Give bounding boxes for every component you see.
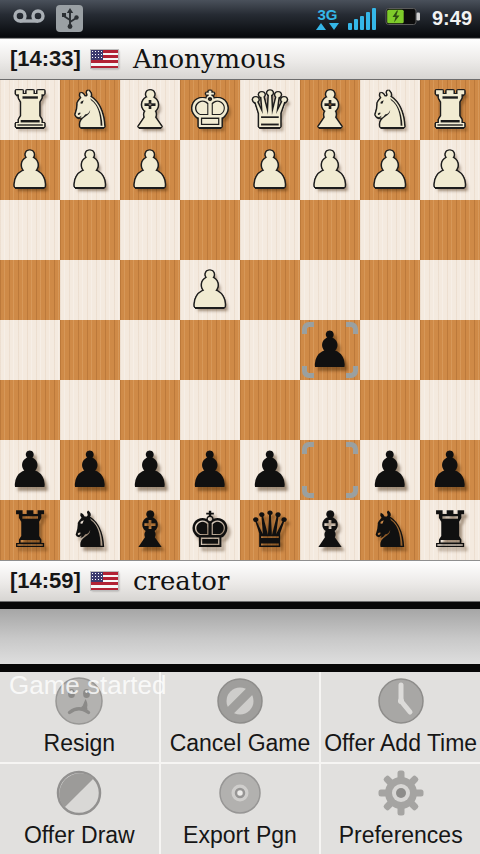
network-3g-icon: 3G (316, 7, 339, 30)
bottom-player-clock: [14:59] (10, 568, 81, 594)
square-h7[interactable]: ♟ (0, 440, 60, 500)
square-g7[interactable]: ♟ (60, 440, 120, 500)
square-f2[interactable]: ♟ (120, 140, 180, 200)
square-f6[interactable] (120, 380, 180, 440)
black-pawn: ♟ (188, 441, 233, 499)
usb-icon (56, 5, 83, 32)
square-d3[interactable] (240, 200, 300, 260)
app-screen: 3G 9:49 [14:33] Anonymous ♜♞♝♚♛♝♞♜♟♟♟♟♟♟… (0, 0, 480, 854)
square-f5[interactable] (120, 320, 180, 380)
white-rook: ♜ (428, 81, 473, 139)
android-status-bar: 3G 9:49 (0, 0, 480, 38)
square-a2[interactable]: ♟ (420, 140, 480, 200)
square-e6[interactable] (180, 380, 240, 440)
menu-item-label: Preferences (339, 821, 463, 849)
white-queen: ♛ (248, 81, 293, 139)
black-king: ♚ (188, 501, 233, 559)
menu-item-offer-draw[interactable]: Offer Draw (0, 764, 159, 854)
downlink-arrow-icon (329, 23, 339, 30)
move-list-area (0, 609, 480, 664)
clock-icon (375, 673, 427, 729)
status-bar-time: 9:49 (432, 7, 472, 30)
top-player-name: Anonymous (133, 44, 286, 74)
square-f1[interactable]: ♝ (120, 80, 180, 140)
black-rook: ♜ (428, 501, 473, 559)
separator (0, 664, 480, 672)
square-g5[interactable] (60, 320, 120, 380)
white-pawn: ♟ (248, 141, 293, 199)
white-pawn: ♟ (68, 141, 113, 199)
disc-icon (214, 765, 266, 821)
black-bishop: ♝ (308, 501, 353, 559)
square-d4[interactable] (240, 260, 300, 320)
square-d6[interactable] (240, 380, 300, 440)
white-pawn: ♟ (128, 141, 173, 199)
square-d8[interactable]: ♛ (240, 500, 300, 560)
menu-item-label: Offer Add Time (324, 729, 477, 757)
white-pawn: ♟ (428, 141, 473, 199)
battery-charging-icon (385, 7, 421, 30)
square-a5[interactable] (420, 320, 480, 380)
menu-item-resign[interactable]: Resign (0, 672, 159, 762)
bottom-player-bar: [14:59] creator (0, 560, 480, 602)
square-a7[interactable]: ♟ (420, 440, 480, 500)
black-pawn: ♟ (428, 441, 473, 499)
square-e2[interactable] (180, 140, 240, 200)
menu-item-preferences[interactable]: Preferences (321, 764, 480, 854)
square-a3[interactable] (420, 200, 480, 260)
square-g8[interactable]: ♞ (60, 500, 120, 560)
square-d7[interactable]: ♟ (240, 440, 300, 500)
white-pawn: ♟ (188, 261, 233, 319)
square-b4[interactable] (360, 260, 420, 320)
square-f8[interactable]: ♝ (120, 500, 180, 560)
square-g4[interactable] (60, 260, 120, 320)
square-c3[interactable] (300, 200, 360, 260)
square-h4[interactable] (0, 260, 60, 320)
square-h8[interactable]: ♜ (0, 500, 60, 560)
us-flag-icon (91, 50, 118, 68)
white-pawn: ♟ (8, 141, 53, 199)
square-g2[interactable]: ♟ (60, 140, 120, 200)
menu-item-label: Cancel Game (170, 729, 311, 757)
network-type-label: 3G (317, 7, 337, 22)
black-rook: ♜ (8, 501, 53, 559)
square-e1[interactable]: ♚ (180, 80, 240, 140)
square-c2[interactable]: ♟ (300, 140, 360, 200)
gear-icon (375, 765, 427, 821)
black-queen: ♛ (248, 501, 293, 559)
white-king: ♚ (188, 81, 233, 139)
half-circle-draw-icon (53, 765, 105, 821)
square-a6[interactable] (420, 380, 480, 440)
square-c4[interactable] (300, 260, 360, 320)
square-c8[interactable]: ♝ (300, 500, 360, 560)
menu-item-cancel-game[interactable]: Cancel Game (161, 672, 320, 762)
square-h6[interactable] (0, 380, 60, 440)
square-e8[interactable]: ♚ (180, 500, 240, 560)
menu-item-offer-add-time[interactable]: Offer Add Time (321, 672, 480, 762)
black-pawn: ♟ (308, 321, 353, 379)
square-d2[interactable]: ♟ (240, 140, 300, 200)
menu-item-export-pgn[interactable]: Export Pgn (161, 764, 320, 854)
square-g1[interactable]: ♞ (60, 80, 120, 140)
black-pawn: ♟ (68, 441, 113, 499)
uplink-arrow-icon (316, 23, 326, 30)
top-player-clock: [14:33] (10, 46, 81, 72)
square-b8[interactable]: ♞ (360, 500, 420, 560)
us-flag-icon (91, 572, 118, 590)
square-g6[interactable] (60, 380, 120, 440)
square-b1[interactable]: ♞ (360, 80, 420, 140)
menu-item-label: Resign (44, 729, 116, 757)
square-e3[interactable] (180, 200, 240, 260)
square-b6[interactable] (360, 380, 420, 440)
black-bishop: ♝ (128, 501, 173, 559)
square-a1[interactable]: ♜ (420, 80, 480, 140)
square-h3[interactable] (0, 200, 60, 260)
black-pawn: ♟ (368, 441, 413, 499)
square-h2[interactable]: ♟ (0, 140, 60, 200)
bottom-player-name: creator (133, 566, 229, 596)
cancel-icon (214, 673, 266, 729)
square-a4[interactable] (420, 260, 480, 320)
square-b5[interactable] (360, 320, 420, 380)
square-f3[interactable] (120, 200, 180, 260)
square-b3[interactable] (360, 200, 420, 260)
menu-item-label: Export Pgn (183, 821, 297, 849)
sad-face-icon (53, 673, 105, 729)
square-g3[interactable] (60, 200, 120, 260)
square-b7[interactable]: ♟ (360, 440, 420, 500)
square-a8[interactable]: ♜ (420, 500, 480, 560)
square-c1[interactable]: ♝ (300, 80, 360, 140)
square-e5[interactable] (180, 320, 240, 380)
white-bishop: ♝ (308, 81, 353, 139)
white-rook: ♜ (8, 81, 53, 139)
square-e4[interactable]: ♟ (180, 260, 240, 320)
square-e7[interactable]: ♟ (180, 440, 240, 500)
white-knight: ♞ (68, 81, 113, 139)
black-pawn: ♟ (128, 441, 173, 499)
black-knight: ♞ (68, 501, 113, 559)
white-knight: ♞ (368, 81, 413, 139)
last-move-highlight (302, 442, 358, 498)
square-c6[interactable] (300, 380, 360, 440)
separator (0, 602, 480, 609)
square-h5[interactable] (0, 320, 60, 380)
chess-board: ♜♞♝♚♛♝♞♜♟♟♟♟♟♟♟♟♟♟♟♟♟♟♟♟♜♞♝♚♛♝♞♜ (0, 80, 480, 560)
black-knight: ♞ (368, 501, 413, 559)
signal-strength-icon (348, 8, 376, 30)
square-f4[interactable] (120, 260, 180, 320)
top-player-bar: [14:33] Anonymous (0, 38, 480, 80)
square-h1[interactable]: ♜ (0, 80, 60, 140)
white-pawn: ♟ (308, 141, 353, 199)
white-bishop: ♝ (128, 81, 173, 139)
square-d1[interactable]: ♛ (240, 80, 300, 140)
black-pawn: ♟ (8, 441, 53, 499)
square-f7[interactable]: ♟ (120, 440, 180, 500)
square-c5[interactable]: ♟ (300, 320, 360, 380)
square-b2[interactable]: ♟ (360, 140, 420, 200)
white-pawn: ♟ (368, 141, 413, 199)
options-menu: ResignCancel GameOffer Add TimeOffer Dra… (0, 672, 480, 854)
voicemail-icon (12, 6, 46, 32)
square-c7[interactable] (300, 440, 360, 500)
menu-item-label: Offer Draw (24, 821, 135, 849)
black-pawn: ♟ (248, 441, 293, 499)
square-d5[interactable] (240, 320, 300, 380)
